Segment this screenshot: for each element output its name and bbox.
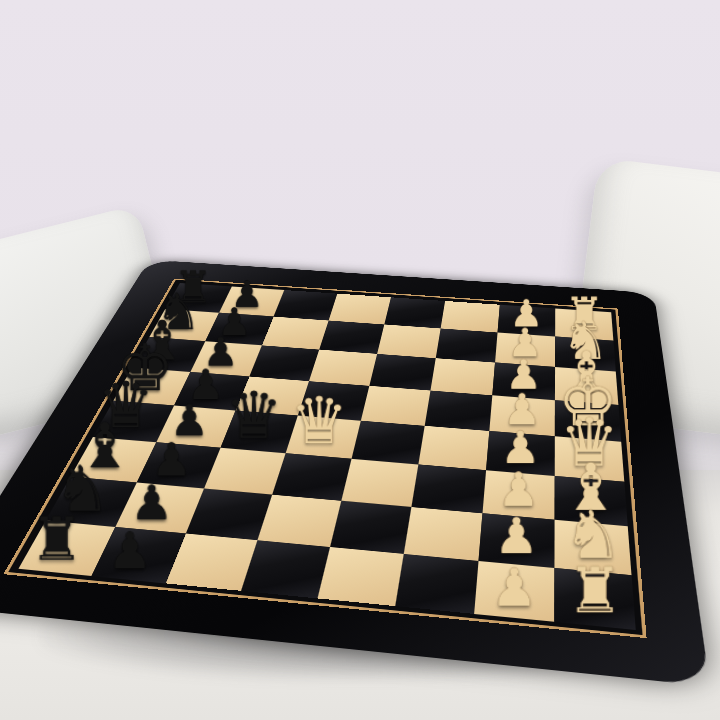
square-g3: [436, 328, 498, 362]
black-queen-d6: ♛: [225, 384, 283, 448]
square-b4: [330, 501, 411, 554]
square-a5: [241, 540, 330, 598]
square-a4: [318, 547, 404, 606]
black-pawn-a7: ♟: [107, 526, 152, 576]
white-pawn-b2: ♟: [494, 512, 538, 561]
square-f6: [249, 345, 319, 381]
square-c3: [411, 464, 486, 513]
white-pawn-a2: ♟: [491, 562, 538, 614]
square-c6: [204, 448, 286, 495]
square-a8: ♜: [18, 520, 115, 576]
black-rook-a8: ♜: [30, 510, 83, 569]
square-a2: ♟: [474, 561, 554, 622]
square-d3: [418, 426, 489, 470]
square-f5: [309, 350, 377, 386]
square-h4: [384, 297, 445, 328]
square-g5: [319, 321, 384, 354]
square-d5: ♛: [286, 416, 361, 459]
square-c5: [272, 453, 351, 500]
square-f3: [430, 358, 495, 395]
white-rook-a1: ♜: [567, 560, 623, 623]
square-h5: [329, 294, 391, 325]
scene: ♜♟♟♜♞♟♟♞♝♟♟♝♚♟♟♚♛♟♛♛♟♛♝♟♟♝♞♟♟♞♜♟♟♜: [0, 0, 720, 720]
square-a7: ♟: [92, 527, 186, 583]
square-g6: [262, 317, 329, 350]
square-h3: [441, 301, 500, 332]
square-c4: [341, 459, 418, 507]
black-pawn-b7: ♟: [130, 480, 173, 528]
square-b3: [404, 507, 483, 561]
square-d6: ♛: [221, 411, 298, 454]
square-a1: ♜: [554, 568, 635, 630]
square-d4: [352, 421, 425, 465]
board-grid: ♜♟♟♜♞♟♟♞♝♟♟♝♚♟♟♚♛♟♛♛♟♛♝♟♟♝♞♟♟♞♜♟♟♜: [18, 283, 633, 630]
square-e4: [361, 386, 431, 426]
square-f4: [369, 354, 435, 391]
square-h6: [274, 290, 338, 320]
square-a3: [395, 554, 478, 614]
white-queen-d5: ♛: [290, 389, 348, 454]
square-e3: [425, 391, 493, 431]
square-g4: [377, 324, 440, 358]
square-b5: [257, 495, 341, 547]
